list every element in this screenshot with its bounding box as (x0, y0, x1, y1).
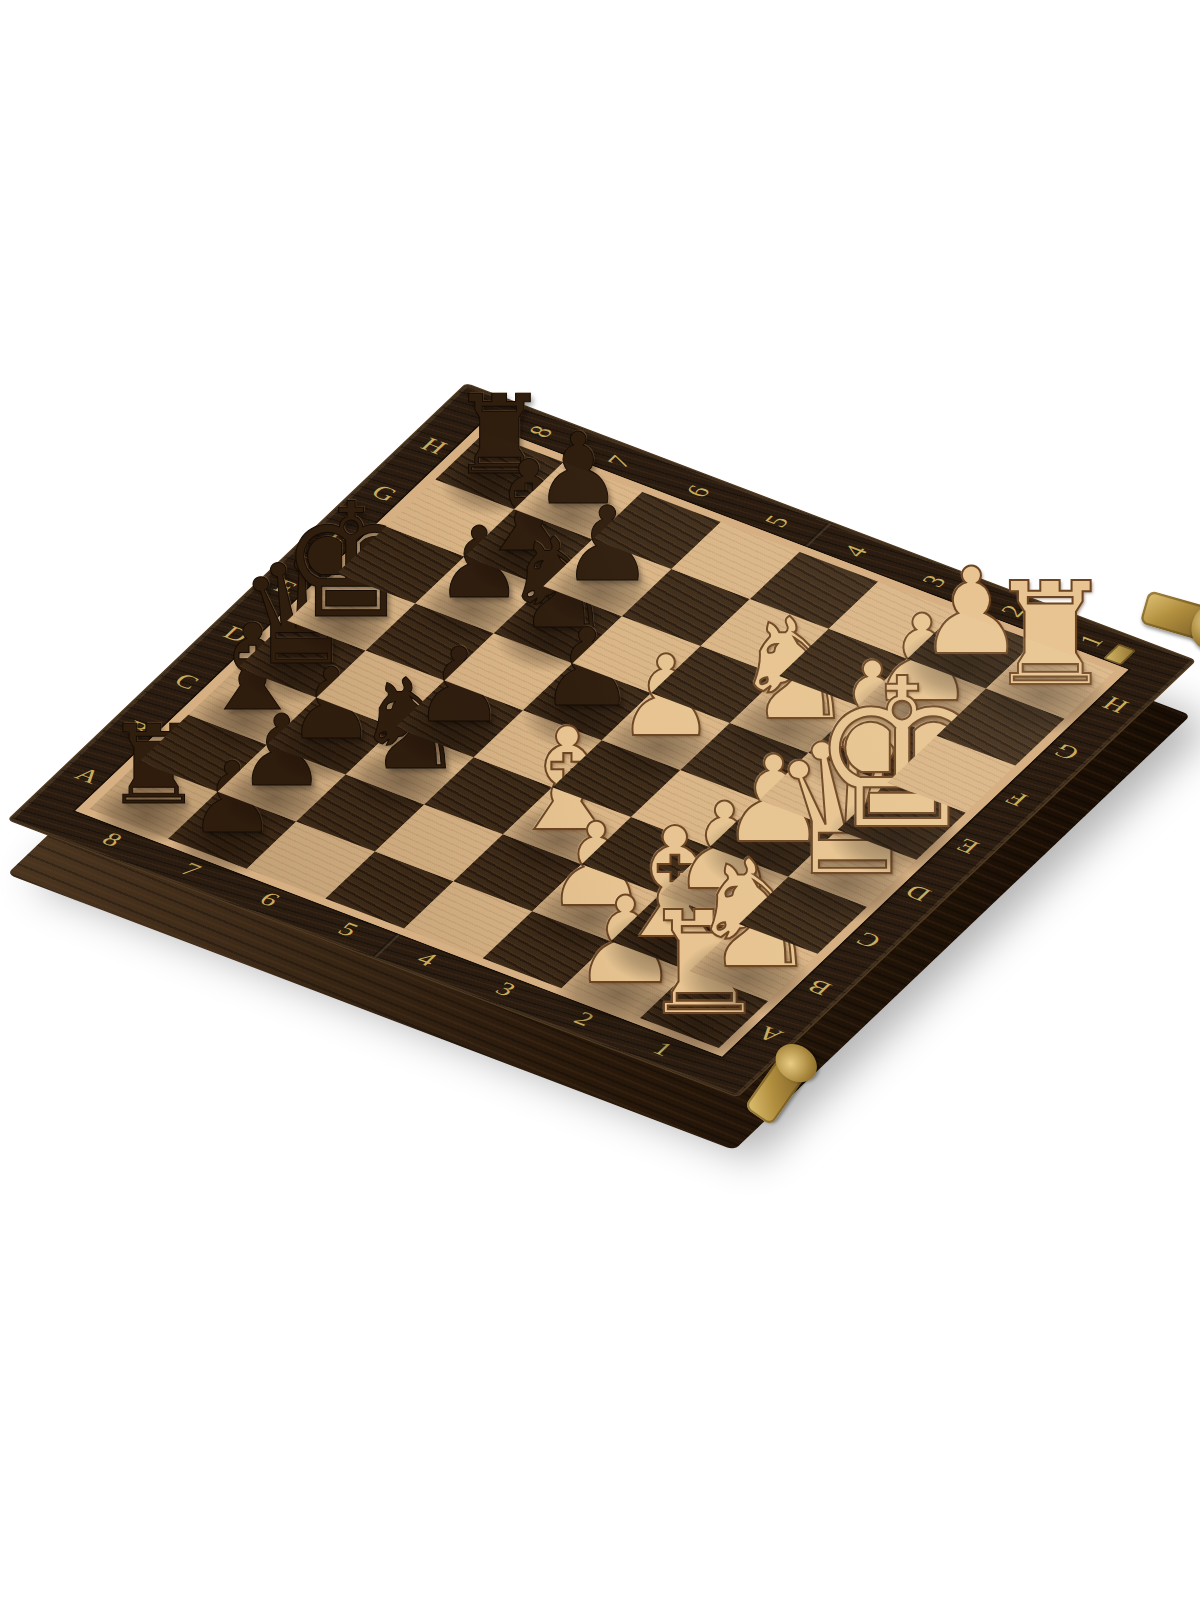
square-h1[interactable]: ♜ (986, 642, 1114, 719)
piece-white-rook-h1[interactable]: ♜ (986, 563, 1114, 706)
photo-scene: ABCDEFGH ABCDEFGH 87654321 87654321 ♜♝♛♚… (0, 0, 1200, 1600)
playing-field: ♜♝♛♚♜♟♟♟♟♝♟♞♟♞♟♟♝♟♟♞♟♝♟♟♟♟♟♜♞♛♚♜ (75, 424, 1128, 1057)
chess-board: ABCDEFGH ABCDEFGH 87654321 87654321 ♜♝♛♚… (7, 383, 1197, 1098)
